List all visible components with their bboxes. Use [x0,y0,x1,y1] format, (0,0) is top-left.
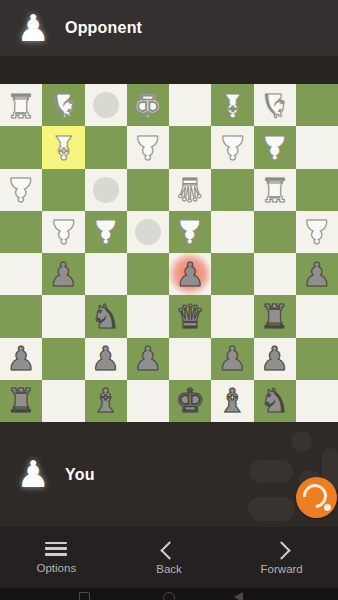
square-c1[interactable]: ♝ [211,84,253,126]
square-c7[interactable]: ♟ [211,338,253,380]
square-g4[interactable]: ♟ [42,211,84,253]
square-g1[interactable]: ♞ [42,84,84,126]
square-d2[interactable] [169,126,211,168]
square-a7[interactable] [296,338,338,380]
piece-black-Q-d6: ♛ [175,300,205,333]
chevron-right-icon [272,541,290,559]
square-h1[interactable]: ♜ [0,84,42,126]
pattern-dot [291,431,312,452]
piece-white-R-h1: ♜ [6,89,36,122]
square-c3[interactable] [211,169,253,211]
square-b2[interactable]: ♟ [254,126,296,168]
overlay-app-logo[interactable] [296,477,337,518]
square-h6[interactable] [0,295,42,337]
header-gap [0,56,338,84]
piece-black-P-d5: ♟ [175,258,205,291]
square-e2[interactable]: ♟ [127,126,169,168]
chevron-left-icon [160,541,178,559]
pattern-pill [248,497,295,521]
piece-black-B-f8: ♝ [91,384,121,417]
piece-white-R-b3: ♜ [260,173,290,206]
square-g8[interactable] [42,380,84,422]
piece-white-P-c2: ♟ [218,131,248,164]
square-b4[interactable] [254,211,296,253]
square-e8[interactable] [127,380,169,422]
square-d7[interactable] [169,338,211,380]
piece-black-P-e7: ♟ [133,342,163,375]
square-b7[interactable]: ♟ [254,338,296,380]
piece-white-P-h3: ♟ [6,173,36,206]
forward-button[interactable]: Forward [225,527,338,588]
pattern-pill [249,460,293,483]
opponent-name: Opponent [65,19,142,37]
piece-white-K-e1: ♚ [133,89,163,122]
options-label: Options [37,562,77,574]
back-button[interactable]: Back [113,527,226,588]
piece-black-R-h8: ♜ [6,384,36,417]
square-a3[interactable] [296,169,338,211]
bottom-nav: Options Back Forward [0,527,338,588]
square-c6[interactable] [211,295,253,337]
back-label: Back [156,563,182,575]
square-b3[interactable]: ♜ [254,169,296,211]
square-f3[interactable] [85,169,127,211]
square-h7[interactable]: ♟ [0,338,42,380]
square-f7[interactable]: ♟ [85,338,127,380]
square-f5[interactable] [85,253,127,295]
square-b5[interactable] [254,253,296,295]
square-c2[interactable]: ♟ [211,126,253,168]
piece-black-N-b8: ♞ [260,384,290,417]
square-f2[interactable] [85,126,127,168]
forward-label: Forward [261,563,303,575]
opponent-bar: ♟ Opponent [0,0,338,56]
piece-white-P-g4: ♟ [49,215,79,248]
square-g2[interactable]: ♝ [42,126,84,168]
square-a8[interactable] [296,380,338,422]
square-f1[interactable] [85,84,127,126]
you-name: You [65,466,95,484]
square-d4[interactable]: ♟ [169,211,211,253]
you-pawn-avatar-icon: ♟ [16,456,50,493]
square-b8[interactable]: ♞ [254,380,296,422]
piece-white-Q-d3: ♛ [175,173,205,206]
square-f6[interactable]: ♞ [85,295,127,337]
piece-white-B-c1: ♝ [218,89,248,122]
piece-white-P-a4: ♟ [302,215,332,248]
piece-black-P-b7: ♟ [260,342,290,375]
square-h3[interactable]: ♟ [0,169,42,211]
back-triangle-icon[interactable] [234,592,243,600]
piece-black-B-c8: ♝ [218,384,248,417]
opponent-pawn-avatar-icon: ♟ [16,10,50,47]
piece-white-P-f4: ♟ [91,215,121,248]
square-d1[interactable] [169,84,211,126]
piece-white-P-e2: ♟ [133,131,163,164]
square-d5[interactable]: ♟ [169,253,211,295]
square-b1[interactable]: ♞ [254,84,296,126]
menu-icon [45,542,67,556]
square-b6[interactable]: ♜ [254,295,296,337]
square-e3[interactable] [127,169,169,211]
square-d3[interactable]: ♛ [169,169,211,211]
piece-black-P-c7: ♟ [218,342,248,375]
piece-white-P-b2: ♟ [260,131,290,164]
square-a4[interactable]: ♟ [296,211,338,253]
square-c8[interactable]: ♝ [211,380,253,422]
piece-black-R-b6: ♜ [260,300,290,333]
square-e1[interactable]: ♚ [127,84,169,126]
square-c4[interactable] [211,211,253,253]
square-a1[interactable] [296,84,338,126]
recents-icon[interactable] [79,592,90,600]
piece-black-P-f7: ♟ [91,342,121,375]
piece-white-B-g2: ♝ [49,131,79,164]
square-g5[interactable]: ♟ [42,253,84,295]
square-e7[interactable]: ♟ [127,338,169,380]
system-nav-strip [0,588,338,600]
square-e5[interactable] [127,253,169,295]
piece-black-N-f6: ♞ [91,300,121,333]
square-a5[interactable]: ♟ [296,253,338,295]
piece-white-N-g1: ♞ [49,89,79,122]
home-icon[interactable] [163,592,175,600]
square-d8[interactable]: ♚ [169,380,211,422]
square-h8[interactable]: ♜ [0,380,42,422]
square-h4[interactable] [0,211,42,253]
square-c5[interactable] [211,253,253,295]
piece-black-P-h7: ♟ [6,342,36,375]
square-e6[interactable] [127,295,169,337]
square-h2[interactable] [0,126,42,168]
piece-white-N-b1: ♞ [260,89,290,122]
chess-board[interactable]: ♜♞♚♝♞♝♟♟♟♟♛♜♟♟♟♟♟♟♟♞♛♜♟♟♟♟♟♜♝♚♝♞ [0,84,338,422]
square-f8[interactable]: ♝ [85,380,127,422]
options-button[interactable]: Options [0,527,113,588]
piece-black-K-d8: ♚ [175,384,205,417]
square-g3[interactable] [42,169,84,211]
square-g6[interactable] [42,295,84,337]
square-h5[interactable] [0,253,42,295]
chess-app: ♟ Opponent ♜♞♚♝♞♝♟♟♟♟♛♜♟♟♟♟♟♟♟♞♛♜♟♟♟♟♟♜♝… [0,0,338,600]
square-f4[interactable]: ♟ [85,211,127,253]
square-e4[interactable] [127,211,169,253]
square-a6[interactable] [296,295,338,337]
square-g7[interactable] [42,338,84,380]
piece-black-P-a5: ♟ [302,258,332,291]
square-d6[interactable]: ♛ [169,295,211,337]
piece-black-P-g5: ♟ [49,258,79,291]
square-a2[interactable] [296,126,338,168]
piece-white-P-d4: ♟ [175,215,205,248]
